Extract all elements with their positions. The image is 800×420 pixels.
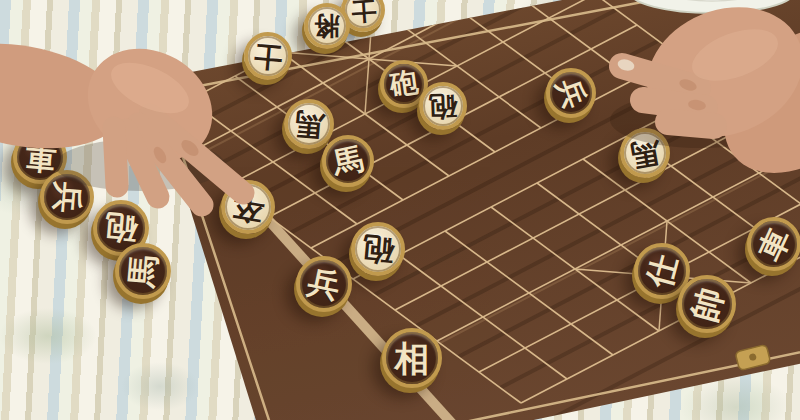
piece-red-chariot-label: 車 [753, 223, 794, 264]
piece-red-general[interactable]: 帥 [678, 275, 736, 333]
piece-black-soldier-label: 卒 [230, 189, 266, 225]
piece-red-chariot[interactable]: 車 [747, 217, 800, 271]
captured-red-soldier-label: 兵 [50, 180, 84, 214]
captured-red-horse[interactable]: 馬 [115, 243, 171, 299]
piece-red-soldier-2[interactable]: 兵 [296, 256, 352, 312]
piece-red-elephant-label: 相 [395, 341, 430, 376]
piece-black-general-label: 將 [314, 13, 340, 39]
xiangqi-photo-scene: 士將士砲兵砲馬馬車馬兵卒砲車砲仕馬兵帥相 [0, 0, 800, 420]
captured-red-chariot-label: 車 [23, 140, 57, 174]
captured-red-cannon-label: 砲 [104, 211, 139, 246]
piece-black-soldier[interactable]: 卒 [221, 180, 275, 234]
piece-red-advisor-label: 仕 [642, 251, 681, 290]
piece-black-horse-1-label: 馬 [293, 108, 324, 139]
piece-black-advisor-1[interactable]: 士 [244, 32, 292, 80]
piece-red-elephant[interactable]: 相 [382, 328, 442, 388]
pieces-layer: 士將士砲兵砲馬馬車馬兵卒砲車砲仕馬兵帥相 [0, 0, 800, 420]
piece-black-cannon-2[interactable]: 砲 [351, 222, 405, 276]
piece-black-horse-2-label: 馬 [628, 136, 662, 170]
piece-red-soldier-1-label: 兵 [552, 74, 589, 111]
captured-red-horse-label: 馬 [126, 254, 161, 289]
piece-red-soldier-1[interactable]: 兵 [546, 68, 596, 118]
piece-red-soldier-2-label: 兵 [305, 265, 343, 303]
piece-black-general[interactable]: 將 [304, 3, 350, 49]
piece-red-general-label: 帥 [687, 284, 727, 324]
piece-red-cannon-label: 砲 [388, 68, 420, 100]
piece-red-horse[interactable]: 馬 [322, 135, 374, 187]
piece-black-cannon-1[interactable]: 砲 [419, 82, 467, 130]
piece-black-advisor-2-label: 士 [350, 0, 377, 23]
piece-black-advisor-1-label: 士 [253, 41, 283, 71]
piece-black-horse-2[interactable]: 馬 [620, 128, 670, 178]
piece-black-cannon-1-label: 砲 [429, 92, 458, 121]
piece-red-horse-label: 馬 [330, 143, 366, 179]
piece-black-cannon-2-label: 砲 [361, 232, 395, 266]
piece-black-horse-1[interactable]: 馬 [284, 99, 334, 149]
captured-red-soldier[interactable]: 兵 [40, 170, 94, 224]
